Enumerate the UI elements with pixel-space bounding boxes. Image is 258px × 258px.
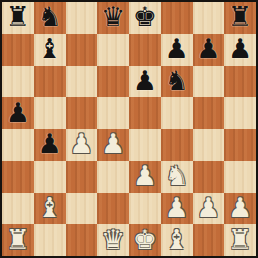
square-d5[interactable] [97, 97, 129, 129]
square-b6[interactable] [34, 66, 66, 98]
piece-white-rook[interactable]: ♜ [228, 226, 252, 253]
piece-white-pawn[interactable]: ♟ [165, 194, 189, 221]
square-b3[interactable] [34, 161, 66, 193]
piece-black-knight[interactable]: ♞ [165, 67, 189, 94]
piece-black-rook[interactable]: ♜ [6, 3, 30, 30]
piece-black-pawn[interactable]: ♟ [228, 35, 252, 62]
square-h7[interactable]: ♟ [224, 34, 256, 66]
square-f4[interactable] [161, 129, 193, 161]
square-b7[interactable]: ♝ [34, 34, 66, 66]
square-g4[interactable] [193, 129, 225, 161]
square-f5[interactable] [161, 97, 193, 129]
square-a5[interactable]: ♟ [2, 97, 34, 129]
square-c6[interactable] [66, 66, 98, 98]
piece-black-pawn[interactable]: ♟ [38, 130, 62, 157]
piece-white-knight[interactable]: ♞ [165, 162, 189, 189]
square-a6[interactable] [2, 66, 34, 98]
square-a7[interactable] [2, 34, 34, 66]
square-a4[interactable] [2, 129, 34, 161]
piece-black-queen[interactable]: ♛ [101, 3, 125, 30]
piece-white-queen[interactable]: ♛ [101, 226, 125, 253]
square-g6[interactable] [193, 66, 225, 98]
square-e3[interactable]: ♟ [129, 161, 161, 193]
square-h2[interactable]: ♟ [224, 193, 256, 225]
square-b8[interactable]: ♞ [34, 2, 66, 34]
piece-white-pawn[interactable]: ♟ [133, 162, 157, 189]
piece-white-pawn[interactable]: ♟ [228, 194, 252, 221]
piece-black-pawn[interactable]: ♟ [6, 99, 30, 126]
square-d4[interactable]: ♟ [97, 129, 129, 161]
piece-white-pawn[interactable]: ♟ [69, 130, 93, 157]
square-f2[interactable]: ♟ [161, 193, 193, 225]
square-d1[interactable]: ♛ [97, 224, 129, 256]
square-e5[interactable] [129, 97, 161, 129]
square-h5[interactable] [224, 97, 256, 129]
square-h8[interactable]: ♜ [224, 2, 256, 34]
piece-black-pawn[interactable]: ♟ [196, 35, 220, 62]
square-a8[interactable]: ♜ [2, 2, 34, 34]
square-f1[interactable]: ♝ [161, 224, 193, 256]
square-f3[interactable]: ♞ [161, 161, 193, 193]
square-b4[interactable]: ♟ [34, 129, 66, 161]
square-h3[interactable] [224, 161, 256, 193]
square-b5[interactable] [34, 97, 66, 129]
square-e4[interactable] [129, 129, 161, 161]
square-d6[interactable] [97, 66, 129, 98]
square-g8[interactable] [193, 2, 225, 34]
piece-white-pawn[interactable]: ♟ [101, 130, 125, 157]
square-f7[interactable]: ♟ [161, 34, 193, 66]
square-g3[interactable] [193, 161, 225, 193]
piece-black-bishop[interactable]: ♝ [38, 35, 62, 62]
square-c1[interactable] [66, 224, 98, 256]
square-d3[interactable] [97, 161, 129, 193]
square-a2[interactable] [2, 193, 34, 225]
piece-black-rook[interactable]: ♜ [228, 3, 252, 30]
piece-white-bishop[interactable]: ♝ [38, 194, 62, 221]
square-c8[interactable] [66, 2, 98, 34]
square-e7[interactable] [129, 34, 161, 66]
square-b2[interactable]: ♝ [34, 193, 66, 225]
square-h6[interactable] [224, 66, 256, 98]
piece-white-pawn[interactable]: ♟ [196, 194, 220, 221]
chess-board-frame: ♜♞♛♚♜♝♟♟♟♟♞♟♟♟♟♟♞♝♟♟♟♜♛♚♝♜ [0, 0, 258, 258]
square-c5[interactable] [66, 97, 98, 129]
square-b1[interactable] [34, 224, 66, 256]
piece-black-king[interactable]: ♚ [133, 3, 157, 30]
square-h4[interactable] [224, 129, 256, 161]
square-e1[interactable]: ♚ [129, 224, 161, 256]
piece-black-knight[interactable]: ♞ [38, 3, 62, 30]
square-c4[interactable]: ♟ [66, 129, 98, 161]
square-f6[interactable]: ♞ [161, 66, 193, 98]
square-g1[interactable] [193, 224, 225, 256]
square-g7[interactable]: ♟ [193, 34, 225, 66]
square-c7[interactable] [66, 34, 98, 66]
square-a1[interactable]: ♜ [2, 224, 34, 256]
square-h1[interactable]: ♜ [224, 224, 256, 256]
chess-board: ♜♞♛♚♜♝♟♟♟♟♞♟♟♟♟♟♞♝♟♟♟♜♛♚♝♜ [2, 2, 256, 256]
piece-black-pawn[interactable]: ♟ [165, 35, 189, 62]
square-c2[interactable] [66, 193, 98, 225]
piece-white-rook[interactable]: ♜ [6, 226, 30, 253]
square-g2[interactable]: ♟ [193, 193, 225, 225]
square-e2[interactable] [129, 193, 161, 225]
piece-white-bishop[interactable]: ♝ [165, 226, 189, 253]
piece-white-king[interactable]: ♚ [133, 226, 157, 253]
square-d7[interactable] [97, 34, 129, 66]
square-d8[interactable]: ♛ [97, 2, 129, 34]
square-c3[interactable] [66, 161, 98, 193]
square-a3[interactable] [2, 161, 34, 193]
piece-black-pawn[interactable]: ♟ [133, 67, 157, 94]
square-f8[interactable] [161, 2, 193, 34]
square-e8[interactable]: ♚ [129, 2, 161, 34]
square-g5[interactable] [193, 97, 225, 129]
square-e6[interactable]: ♟ [129, 66, 161, 98]
square-d2[interactable] [97, 193, 129, 225]
